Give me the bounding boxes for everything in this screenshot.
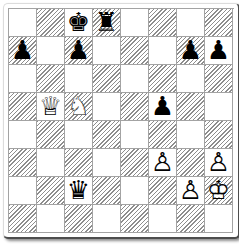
square-g8[interactable]	[177, 9, 205, 37]
square-e4[interactable]	[121, 121, 149, 149]
square-e2[interactable]	[121, 177, 149, 205]
chess-board: ♚♜♟♟♟♟♛♕♞♘♟♟♙♟♙♛♟♙♚♔	[8, 8, 234, 233]
square-a7[interactable]: ♟	[9, 37, 37, 65]
square-g4[interactable]	[177, 121, 205, 149]
square-c7[interactable]: ♟	[65, 37, 93, 65]
square-e5[interactable]	[121, 93, 149, 121]
square-f1[interactable]	[149, 205, 177, 233]
square-g5[interactable]	[177, 93, 205, 121]
square-d6[interactable]	[93, 65, 121, 93]
square-c2[interactable]: ♛	[65, 177, 93, 205]
square-b7[interactable]	[37, 37, 65, 65]
square-d3[interactable]	[93, 149, 121, 177]
square-b2[interactable]	[37, 177, 65, 205]
square-g7[interactable]: ♟	[177, 37, 205, 65]
piece-white-knight: ♘	[65, 93, 92, 120]
square-e8[interactable]	[121, 9, 149, 37]
square-g3[interactable]	[177, 149, 205, 177]
square-c5[interactable]: ♞♘	[65, 93, 93, 121]
square-h8[interactable]	[205, 9, 233, 37]
square-f8[interactable]	[149, 9, 177, 37]
square-f4[interactable]	[149, 121, 177, 149]
piece-white-pawn: ♙	[177, 177, 204, 204]
square-e1[interactable]	[121, 205, 149, 233]
piece-white-pawn: ♙	[205, 149, 232, 176]
square-a2[interactable]	[9, 177, 37, 205]
square-a3[interactable]	[9, 149, 37, 177]
piece-black-pawn: ♟	[205, 37, 232, 64]
square-b6[interactable]	[37, 65, 65, 93]
board-frame: ♚♜♟♟♟♟♛♕♞♘♟♟♙♟♙♛♟♙♚♔	[3, 3, 239, 239]
square-d4[interactable]	[93, 121, 121, 149]
piece-black-pawn: ♟	[177, 37, 204, 64]
square-f7[interactable]	[149, 37, 177, 65]
piece-black-rook: ♜	[93, 9, 120, 36]
square-a4[interactable]	[9, 121, 37, 149]
square-h4[interactable]	[205, 121, 233, 149]
piece-black-pawn: ♟	[149, 93, 176, 120]
square-d7[interactable]	[93, 37, 121, 65]
piece-black-pawn: ♟	[65, 37, 92, 64]
square-d5[interactable]	[93, 93, 121, 121]
piece-black-queen: ♛	[65, 177, 92, 204]
piece-white-king: ♔	[205, 177, 232, 204]
square-c4[interactable]	[65, 121, 93, 149]
square-f6[interactable]	[149, 65, 177, 93]
square-e7[interactable]	[121, 37, 149, 65]
square-f2[interactable]	[149, 177, 177, 205]
piece-white-queen: ♕	[37, 93, 64, 120]
square-d8[interactable]: ♜	[93, 9, 121, 37]
square-d2[interactable]	[93, 177, 121, 205]
square-h1[interactable]	[205, 205, 233, 233]
square-g1[interactable]	[177, 205, 205, 233]
square-b8[interactable]	[37, 9, 65, 37]
square-c6[interactable]	[65, 65, 93, 93]
square-c3[interactable]	[65, 149, 93, 177]
square-a1[interactable]	[9, 205, 37, 233]
piece-black-pawn: ♟	[9, 37, 36, 64]
square-b4[interactable]	[37, 121, 65, 149]
square-h3[interactable]: ♟♙	[205, 149, 233, 177]
piece-white-pawn: ♙	[149, 149, 176, 176]
square-e3[interactable]	[121, 149, 149, 177]
square-d1[interactable]	[93, 205, 121, 233]
square-h5[interactable]	[205, 93, 233, 121]
piece-black-king: ♚	[65, 9, 92, 36]
square-g2[interactable]: ♟♙	[177, 177, 205, 205]
square-h7[interactable]: ♟	[205, 37, 233, 65]
square-h6[interactable]	[205, 65, 233, 93]
square-e6[interactable]	[121, 65, 149, 93]
square-a6[interactable]	[9, 65, 37, 93]
square-b5[interactable]: ♛♕	[37, 93, 65, 121]
square-a5[interactable]	[9, 93, 37, 121]
square-c1[interactable]	[65, 205, 93, 233]
square-b1[interactable]	[37, 205, 65, 233]
square-b3[interactable]	[37, 149, 65, 177]
square-f3[interactable]: ♟♙	[149, 149, 177, 177]
square-c8[interactable]: ♚	[65, 9, 93, 37]
square-f5[interactable]: ♟	[149, 93, 177, 121]
square-g6[interactable]	[177, 65, 205, 93]
square-a8[interactable]	[9, 9, 37, 37]
square-h2[interactable]: ♚♔	[205, 177, 233, 205]
